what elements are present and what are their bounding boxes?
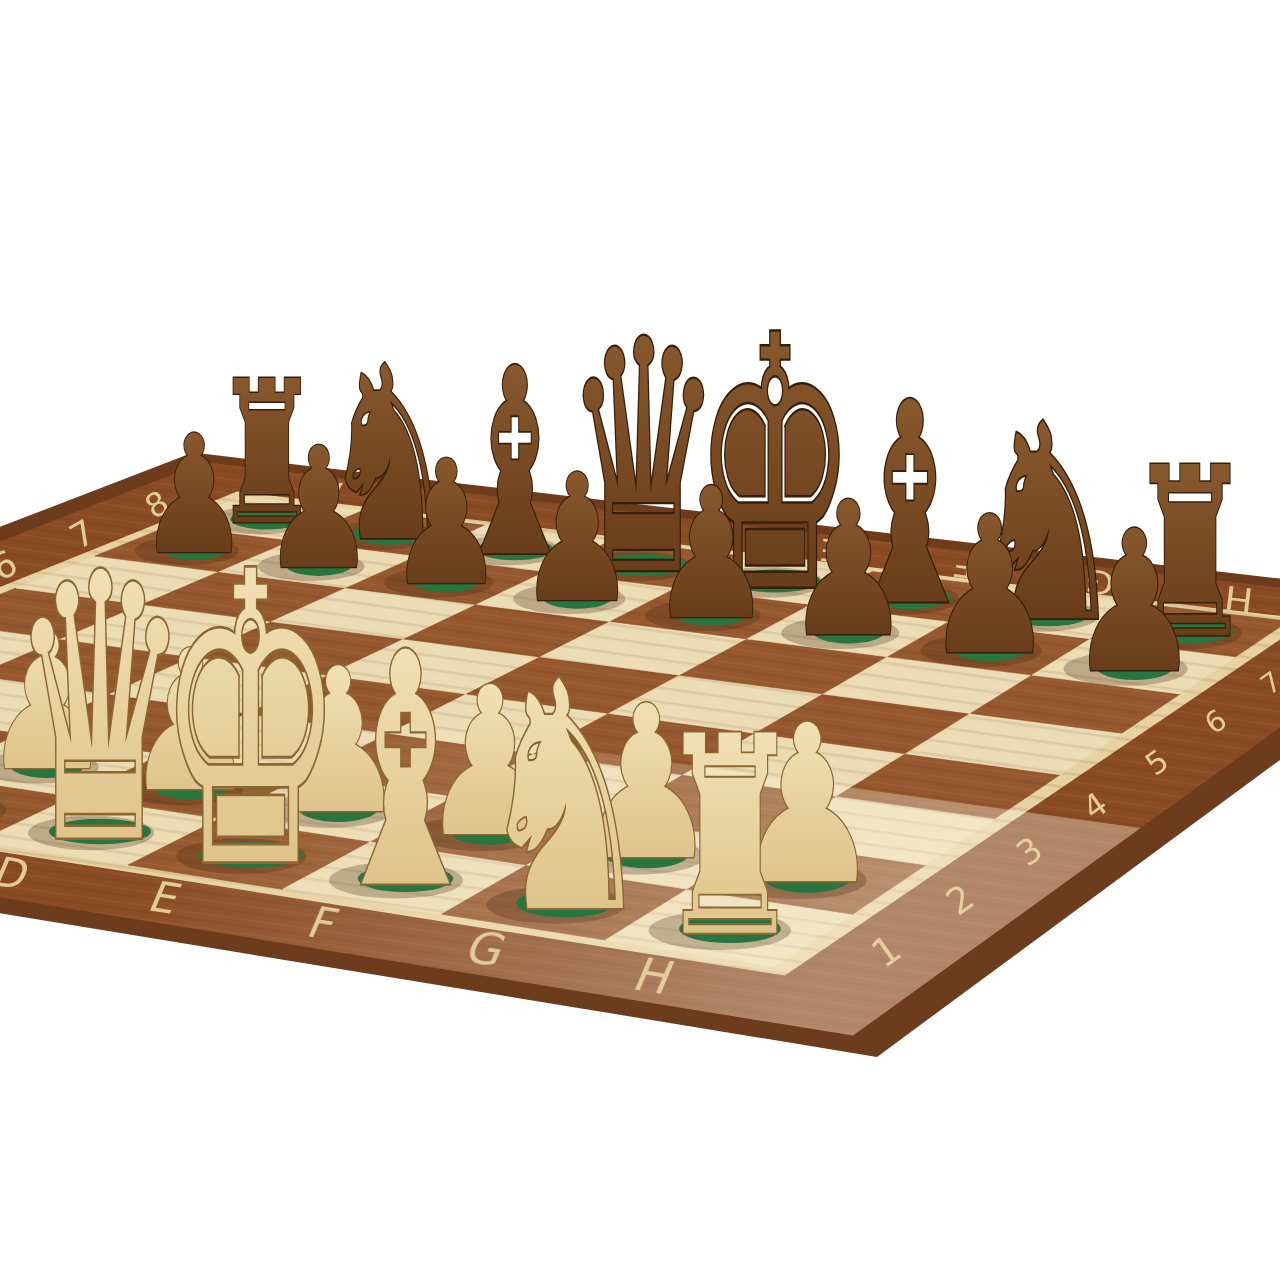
piece-white-bishop-f1[interactable]: ♝	[322, 585, 489, 959]
rook-glyph: ♜	[656, 678, 803, 997]
piece-black-pawn-h7[interactable]: ♟	[1064, 489, 1201, 716]
pawn-glyph: ♟	[1068, 489, 1201, 716]
piece-white-king-e1[interactable]: ♚	[157, 489, 344, 957]
piece-black-pawn-d7[interactable]: ♟	[513, 436, 637, 641]
chessboard: AABBCCDDEEFFGGHH1122334455667788♜♞♝♟♛♟♚♟…	[0, 0, 1280, 1280]
piece-black-pawn-e7[interactable]: ♟	[646, 449, 773, 660]
chess-set-photo: AABBCCDDEEFFGGHH1122334455667788♜♞♝♟♛♟♚♟…	[0, 0, 1280, 1280]
pawn-glyph: ♟	[517, 436, 637, 641]
bishop-glyph: ♝	[322, 585, 489, 959]
king-glyph: ♚	[157, 489, 344, 957]
pawn-glyph: ♟	[786, 462, 912, 678]
pawn-glyph: ♟	[925, 475, 1054, 697]
piece-black-pawn-g7[interactable]: ♟	[921, 475, 1055, 697]
piece-black-pawn-f7[interactable]: ♟	[781, 462, 911, 678]
pawn-glyph: ♟	[650, 449, 773, 660]
piece-white-knight-g1[interactable]: ♞	[475, 615, 656, 982]
piece-white-rook-h1[interactable]: ♜	[649, 678, 804, 997]
knight-glyph: ♞	[475, 615, 656, 982]
